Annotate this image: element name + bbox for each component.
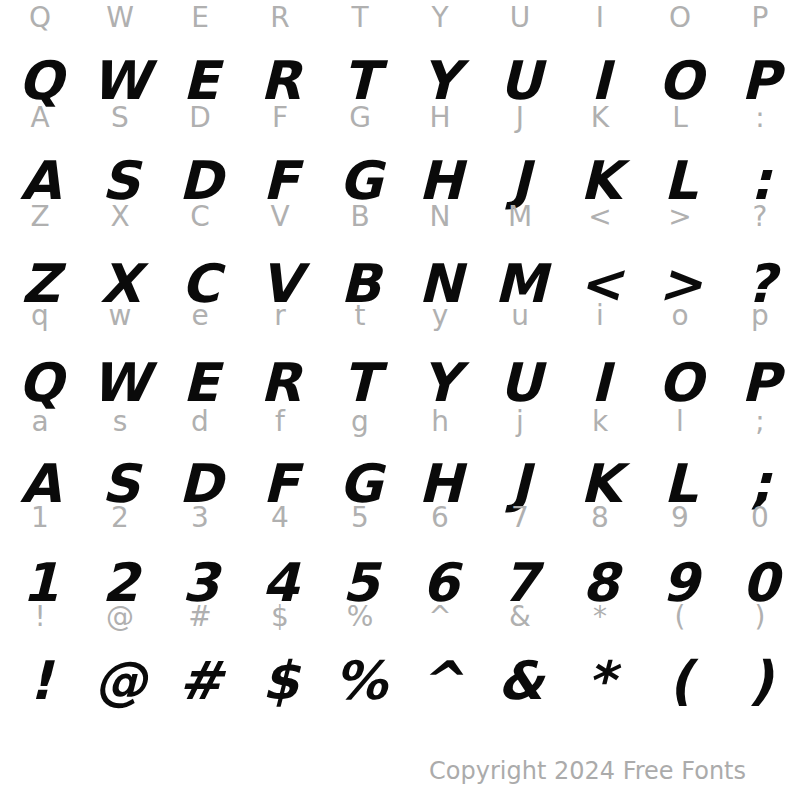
reference-cell: u [480, 300, 560, 332]
reference-cell: U [480, 2, 560, 34]
glyph-cell: R [240, 355, 320, 411]
reference-cell: K [560, 102, 640, 134]
glyph-cell: ( [640, 653, 720, 709]
reference-cell: < [560, 201, 640, 233]
reference-cell: M [480, 201, 560, 233]
reference-cell: B [320, 201, 400, 233]
reference-cell: G [320, 102, 400, 134]
reference-cell: L [640, 102, 720, 134]
glyph-cell: $ [240, 653, 320, 709]
glyph-cell: @ [80, 653, 160, 709]
reference-cell: o [640, 300, 720, 332]
reference-cell: C [160, 201, 240, 233]
reference-row-3: ZXCVBNM<>? [0, 201, 800, 233]
reference-row-6: 1234567890 [0, 502, 800, 534]
reference-cell: 1 [0, 502, 80, 534]
reference-cell: ) [720, 601, 800, 633]
reference-cell: e [160, 300, 240, 332]
reference-row-7: !@#$%^&*() [0, 601, 800, 633]
glyph-cell: I [560, 355, 640, 411]
reference-cell: h [400, 406, 480, 438]
reference-cell: H [400, 102, 480, 134]
reference-cell: i [560, 300, 640, 332]
reference-cell: W [80, 2, 160, 34]
glyph-cell: W [80, 355, 160, 411]
reference-cell: Z [0, 201, 80, 233]
glyph-cell: ! [0, 653, 80, 709]
reference-cell: X [80, 201, 160, 233]
copyright-text: Copyright 2024 Free Fonts [429, 757, 746, 785]
glyph-cell: ) [720, 653, 800, 709]
reference-cell: O [640, 2, 720, 34]
reference-cell: 6 [400, 502, 480, 534]
reference-cell: 8 [560, 502, 640, 534]
reference-cell: % [320, 601, 400, 633]
reference-cell: T [320, 2, 400, 34]
glyph-cell: T [320, 355, 400, 411]
reference-cell: 3 [160, 502, 240, 534]
reference-cell: k [560, 406, 640, 438]
reference-cell: p [720, 300, 800, 332]
glyph-cell: % [320, 653, 400, 709]
reference-cell: @ [80, 601, 160, 633]
reference-cell: # [160, 601, 240, 633]
reference-cell: > [640, 201, 720, 233]
reference-cell: P [720, 2, 800, 34]
glyph-cell: # [160, 653, 240, 709]
reference-cell: 4 [240, 502, 320, 534]
reference-cell: Y [400, 2, 480, 34]
reference-cell: V [240, 201, 320, 233]
reference-cell: 5 [320, 502, 400, 534]
reference-cell: l [640, 406, 720, 438]
reference-cell: r [240, 300, 320, 332]
glyph-row-4: QWERTYUIOP [0, 355, 800, 411]
reference-cell: I [560, 2, 640, 34]
reference-cell: j [480, 406, 560, 438]
reference-cell: Q [0, 2, 80, 34]
reference-cell: f [240, 406, 320, 438]
reference-cell: d [160, 406, 240, 438]
reference-cell: N [400, 201, 480, 233]
reference-cell: A [0, 102, 80, 134]
reference-cell: y [400, 300, 480, 332]
reference-cell: S [80, 102, 160, 134]
reference-cell: & [480, 601, 560, 633]
reference-cell: q [0, 300, 80, 332]
glyph-cell: U [480, 355, 560, 411]
reference-cell: $ [240, 601, 320, 633]
reference-cell: J [480, 102, 560, 134]
reference-cell: 0 [720, 502, 800, 534]
reference-cell: 7 [480, 502, 560, 534]
glyph-cell: O [640, 355, 720, 411]
reference-cell: ( [640, 601, 720, 633]
reference-row-1: QWERTYUIOP [0, 2, 800, 34]
glyph-cell: * [560, 653, 640, 709]
reference-cell: D [160, 102, 240, 134]
reference-cell: * [560, 601, 640, 633]
reference-cell: t [320, 300, 400, 332]
reference-cell: F [240, 102, 320, 134]
reference-cell: 2 [80, 502, 160, 534]
reference-cell: ^ [400, 601, 480, 633]
font-specimen-sheet: QWERTYUIOPQWERTYUIOPASDFGHJKL:ASDFGHJKL:… [0, 0, 800, 800]
glyph-cell: E [160, 355, 240, 411]
glyph-cell: Y [400, 355, 480, 411]
glyph-cell: & [480, 653, 560, 709]
glyph-cell: Q [0, 355, 80, 411]
reference-cell: : [720, 102, 800, 134]
reference-cell: ? [720, 201, 800, 233]
glyph-row-7: !@#$%^&*() [0, 653, 800, 709]
reference-cell: ; [720, 406, 800, 438]
reference-row-2: ASDFGHJKL: [0, 102, 800, 134]
reference-row-4: qwertyuiop [0, 300, 800, 332]
glyph-cell: ^ [400, 653, 480, 709]
reference-row-5: asdfghjkl; [0, 406, 800, 438]
reference-cell: a [0, 406, 80, 438]
reference-cell: g [320, 406, 400, 438]
reference-cell: E [160, 2, 240, 34]
reference-cell: w [80, 300, 160, 332]
reference-cell: R [240, 2, 320, 34]
glyph-cell: P [720, 355, 800, 411]
reference-cell: ! [0, 601, 80, 633]
reference-cell: 9 [640, 502, 720, 534]
reference-cell: s [80, 406, 160, 438]
